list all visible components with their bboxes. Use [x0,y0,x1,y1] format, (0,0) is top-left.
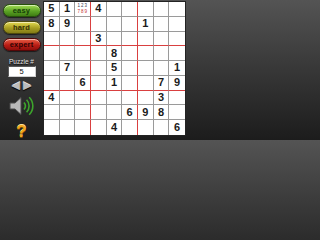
cell-r7c8[interactable]: 3 [154,91,170,106]
cell-r5c2[interactable]: 7 [60,61,76,76]
cell-r4c1[interactable] [44,46,60,61]
next-puzzle-icon[interactable]: ▶ [23,80,31,91]
cell-r2c5[interactable] [107,17,123,32]
previous-puzzle-icon[interactable]: ◀ [12,80,20,91]
cell-r2c4[interactable] [91,17,107,32]
help-question-icon[interactable]: ? [16,123,26,140]
cell-r9c2[interactable] [60,120,76,135]
cell-r9c8[interactable] [154,120,170,135]
puzzle-nav: ◀ ▶ [12,80,32,91]
cell-r4c9[interactable] [169,46,185,61]
cell-r7c2[interactable] [60,91,76,106]
cell-r7c6[interactable] [122,91,138,106]
cell-r8c9[interactable] [169,105,185,120]
cell-r3c1[interactable] [44,32,60,47]
cell-r8c8[interactable]: 8 [154,105,170,120]
cell-r1c8[interactable] [154,2,170,17]
cell-r8c2[interactable] [60,105,76,120]
cell-r7c5[interactable] [107,91,123,106]
cell-r5c4[interactable] [91,61,107,76]
cell-r7c1[interactable]: 4 [44,91,60,106]
cell-r1c5[interactable] [107,2,123,17]
cell-r9c3[interactable] [75,120,91,135]
cell-r2c6[interactable] [122,17,138,32]
cell-r9c4[interactable] [91,120,107,135]
cell-r9c6[interactable] [122,120,138,135]
cell-r1c6[interactable] [122,2,138,17]
cell-r5c1[interactable] [44,61,60,76]
hard-button[interactable]: hard [3,21,41,35]
cell-r5c3[interactable] [75,61,91,76]
easy-button[interactable]: easy [3,4,41,18]
cell-r3c3[interactable] [75,32,91,47]
cell-r7c3[interactable] [75,91,91,106]
puzzle-number-input[interactable] [8,66,36,77]
cell-r7c9[interactable] [169,91,185,106]
cell-r8c7[interactable]: 9 [138,105,154,120]
cell-r6c8[interactable]: 7 [154,76,170,91]
cell-r5c5[interactable]: 5 [107,61,123,76]
cell-r3c2[interactable] [60,32,76,47]
cell-r2c2[interactable]: 9 [60,17,76,32]
cell-r1c3[interactable]: 123789 [75,2,91,17]
cell-r7c7[interactable] [138,91,154,106]
cell-r7c4[interactable] [91,91,107,106]
cell-r6c2[interactable] [60,76,76,91]
cell-r4c3[interactable] [75,46,91,61]
cell-r1c4[interactable]: 4 [91,2,107,17]
control-panel: easy hard expert Puzzle # ◀ ▶ ? [0,0,43,140]
cell-r6c1[interactable] [44,76,60,91]
cell-r4c5[interactable]: 8 [107,46,123,61]
cell-r4c7[interactable] [138,46,154,61]
cell-r4c4[interactable] [91,46,107,61]
cell-r9c1[interactable] [44,120,60,135]
cell-r2c3[interactable] [75,17,91,32]
cell-r3c6[interactable] [122,32,138,47]
cell-r1c9[interactable] [169,2,185,17]
cell-r9c5[interactable]: 4 [107,120,123,135]
expert-button[interactable]: expert [3,38,41,52]
cell-r8c5[interactable] [107,105,123,120]
cell-r6c5[interactable]: 1 [107,76,123,91]
cell-r6c6[interactable] [122,76,138,91]
cell-r3c9[interactable] [169,32,185,47]
cell-r5c6[interactable] [122,61,138,76]
pencil-marks-bottom: 789 [77,9,88,14]
cell-r3c8[interactable] [154,32,170,47]
cell-r6c3[interactable]: 6 [75,76,91,91]
cell-r1c1[interactable]: 5 [44,2,60,17]
cell-r8c1[interactable] [44,105,60,120]
cell-r8c6[interactable]: 6 [122,105,138,120]
cell-r2c1[interactable]: 8 [44,17,60,32]
cell-r3c7[interactable] [138,32,154,47]
cell-r5c8[interactable] [154,61,170,76]
sound-speaker-icon[interactable] [8,94,36,122]
cell-r9c7[interactable] [138,120,154,135]
cell-r4c2[interactable] [60,46,76,61]
cell-r1c2[interactable]: 1 [60,2,76,17]
cell-r1c7[interactable] [138,2,154,17]
cell-r2c8[interactable] [154,17,170,32]
cell-r5c9[interactable]: 1 [169,61,185,76]
puzzle-number-label: Puzzle # [9,58,34,65]
cell-r6c7[interactable] [138,76,154,91]
cell-r3c4[interactable]: 3 [91,32,107,47]
cell-r8c4[interactable] [91,105,107,120]
cell-r3c5[interactable] [107,32,123,47]
cell-r9c9[interactable]: 6 [169,120,185,135]
cell-r8c3[interactable] [75,105,91,120]
cell-r4c8[interactable] [154,46,170,61]
cell-r4c6[interactable] [122,46,138,61]
cell-r6c4[interactable] [91,76,107,91]
sudoku-grid: 5112378948913875161794369846 [43,1,186,136]
cell-r5c7[interactable] [138,61,154,76]
cell-r6c9[interactable]: 9 [169,76,185,91]
cell-r2c7[interactable]: 1 [138,17,154,32]
cell-r2c9[interactable] [169,17,185,32]
